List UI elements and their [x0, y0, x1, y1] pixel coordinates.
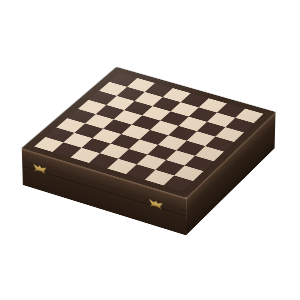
- board-square: [126, 164, 155, 179]
- board-square: [205, 137, 234, 152]
- board-square: [155, 160, 184, 175]
- board-square: [147, 145, 176, 160]
- board-square: [137, 155, 166, 170]
- board-square: [111, 134, 140, 149]
- board-square: [164, 175, 193, 191]
- board-square: [174, 166, 203, 182]
- board-square: [92, 129, 121, 144]
- board-square: [145, 170, 174, 186]
- chess-box: [22, 67, 276, 198]
- board-square: [89, 153, 118, 168]
- board-square: [52, 142, 81, 157]
- board-square: [140, 130, 169, 145]
- product-photo-scene: [0, 0, 300, 300]
- board-square: [195, 146, 224, 161]
- board-square: [107, 159, 136, 174]
- board-square: [176, 141, 205, 156]
- board-square: [185, 156, 214, 171]
- board-square: [100, 144, 129, 159]
- board-square: [118, 149, 147, 164]
- board-square: [158, 135, 187, 150]
- board-square: [129, 139, 158, 154]
- board-square: [187, 131, 216, 146]
- board-square: [63, 133, 92, 148]
- board-square: [34, 137, 63, 152]
- board-square: [82, 138, 111, 153]
- board-square: [166, 150, 195, 165]
- board-square: [71, 148, 100, 163]
